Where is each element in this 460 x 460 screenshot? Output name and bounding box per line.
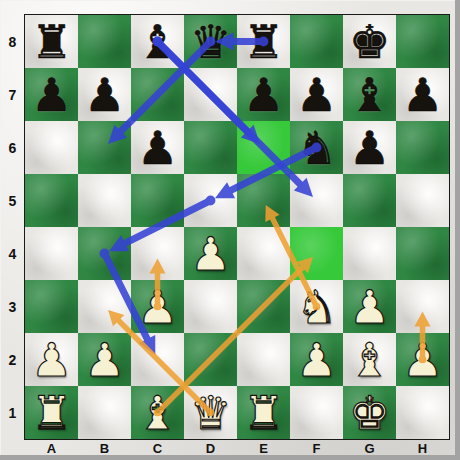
square-e7[interactable]: ♟: [237, 68, 290, 121]
square-b5[interactable]: [78, 174, 131, 227]
file-label-f: F: [290, 439, 343, 460]
square-c3[interactable]: ♟: [131, 280, 184, 333]
square-c4[interactable]: [131, 227, 184, 280]
black-pawn-f7[interactable]: ♟: [290, 68, 343, 121]
square-d4[interactable]: ♟: [184, 227, 237, 280]
rank-label-3: 3: [0, 280, 25, 333]
file-labels: ABCDEFGH: [25, 439, 449, 460]
square-b2[interactable]: ♟: [78, 333, 131, 386]
square-h8[interactable]: [396, 15, 449, 68]
square-h2[interactable]: ♟: [396, 333, 449, 386]
square-a8[interactable]: ♜: [25, 15, 78, 68]
square-f2[interactable]: ♟: [290, 333, 343, 386]
square-b3[interactable]: [78, 280, 131, 333]
file-label-e: E: [237, 439, 290, 460]
square-h3[interactable]: [396, 280, 449, 333]
white-pawn-g3[interactable]: ♟: [343, 280, 396, 333]
square-c1[interactable]: ♝: [131, 386, 184, 439]
rank-label-2: 2: [0, 333, 25, 386]
rank-label-1: 1: [0, 386, 25, 439]
file-label-c: C: [131, 439, 184, 460]
file-label-h: H: [396, 439, 449, 460]
rank-label-4: 4: [0, 227, 25, 280]
square-h1[interactable]: [396, 386, 449, 439]
black-pawn-b7[interactable]: ♟: [78, 68, 131, 121]
square-e1[interactable]: ♜: [237, 386, 290, 439]
chess-board[interactable]: ♜♝♛♜♚♟♟♟♟♝♟♟♞♟♟♟♞♟♟♟♟♝♟♜♝♛♜♚: [25, 15, 449, 439]
square-f7[interactable]: ♟: [290, 68, 343, 121]
square-g4[interactable]: [343, 227, 396, 280]
square-a3[interactable]: [25, 280, 78, 333]
square-e3[interactable]: [237, 280, 290, 333]
square-g6[interactable]: ♟: [343, 121, 396, 174]
square-g2[interactable]: ♝: [343, 333, 396, 386]
square-e5[interactable]: [237, 174, 290, 227]
square-e2[interactable]: [237, 333, 290, 386]
black-pawn-g6[interactable]: ♟: [343, 121, 396, 174]
white-pawn-c3[interactable]: ♟: [131, 280, 184, 333]
square-c5[interactable]: [131, 174, 184, 227]
black-bishop-g7[interactable]: ♝: [343, 68, 396, 121]
square-a2[interactable]: ♟: [25, 333, 78, 386]
file-label-a: A: [25, 439, 78, 460]
white-bishop-c1[interactable]: ♝: [131, 386, 184, 439]
square-h7[interactable]: ♟: [396, 68, 449, 121]
square-a5[interactable]: [25, 174, 78, 227]
square-h4[interactable]: [396, 227, 449, 280]
rank-labels: 87654321: [0, 15, 25, 439]
black-pawn-e7[interactable]: ♟: [237, 68, 290, 121]
square-b6[interactable]: [78, 121, 131, 174]
file-label-g: G: [343, 439, 396, 460]
white-pawn-f2[interactable]: ♟: [290, 333, 343, 386]
square-c7[interactable]: [131, 68, 184, 121]
square-a4[interactable]: [25, 227, 78, 280]
black-king-g8[interactable]: ♚: [343, 15, 396, 68]
black-queen-d8[interactable]: ♛: [184, 15, 237, 68]
square-d5[interactable]: [184, 174, 237, 227]
square-g3[interactable]: ♟: [343, 280, 396, 333]
white-knight-f3[interactable]: ♞: [290, 280, 343, 333]
square-f5[interactable]: [290, 174, 343, 227]
square-d3[interactable]: [184, 280, 237, 333]
square-h5[interactable]: [396, 174, 449, 227]
rank-label-6: 6: [0, 121, 25, 174]
square-f4[interactable]: [290, 227, 343, 280]
rank-label-8: 8: [0, 15, 25, 68]
square-a7[interactable]: ♟: [25, 68, 78, 121]
square-g7[interactable]: ♝: [343, 68, 396, 121]
square-f8[interactable]: [290, 15, 343, 68]
square-b7[interactable]: ♟: [78, 68, 131, 121]
black-pawn-h7[interactable]: ♟: [396, 68, 449, 121]
square-d6[interactable]: [184, 121, 237, 174]
square-d1[interactable]: ♛: [184, 386, 237, 439]
square-b4[interactable]: [78, 227, 131, 280]
square-g8[interactable]: ♚: [343, 15, 396, 68]
square-a6[interactable]: [25, 121, 78, 174]
square-b8[interactable]: [78, 15, 131, 68]
white-bishop-g2[interactable]: ♝: [343, 333, 396, 386]
square-a1[interactable]: ♜: [25, 386, 78, 439]
file-label-d: D: [184, 439, 237, 460]
square-c2[interactable]: [131, 333, 184, 386]
black-rook-a8[interactable]: ♜: [25, 15, 78, 68]
black-knight-f6[interactable]: ♞: [290, 121, 343, 174]
black-pawn-c6[interactable]: ♟: [131, 121, 184, 174]
square-d8[interactable]: ♛: [184, 15, 237, 68]
square-b1[interactable]: [78, 386, 131, 439]
white-queen-d1[interactable]: ♛: [184, 386, 237, 439]
square-f3[interactable]: ♞: [290, 280, 343, 333]
square-f1[interactable]: [290, 386, 343, 439]
white-king-g1[interactable]: ♚: [343, 386, 396, 439]
white-rook-a1[interactable]: ♜: [25, 386, 78, 439]
white-pawn-a2[interactable]: ♟: [25, 333, 78, 386]
white-pawn-b2[interactable]: ♟: [78, 333, 131, 386]
square-e6[interactable]: [237, 121, 290, 174]
black-bishop-c8[interactable]: ♝: [131, 15, 184, 68]
square-f6[interactable]: ♞: [290, 121, 343, 174]
square-c6[interactable]: ♟: [131, 121, 184, 174]
white-pawn-h2[interactable]: ♟: [396, 333, 449, 386]
chess-diagram: 87654321 ♜♝♛♜♚♟♟♟♟♝♟♟♞♟♟♟♞♟♟♟♟♝♟♜♝♛♜♚ AB…: [0, 0, 460, 460]
square-d7[interactable]: [184, 68, 237, 121]
square-g1[interactable]: ♚: [343, 386, 396, 439]
black-rook-e8[interactable]: ♜: [237, 15, 290, 68]
square-c8[interactable]: ♝: [131, 15, 184, 68]
rank-label-5: 5: [0, 174, 25, 227]
square-e4[interactable]: [237, 227, 290, 280]
white-rook-e1[interactable]: ♜: [237, 386, 290, 439]
square-d2[interactable]: [184, 333, 237, 386]
rank-label-7: 7: [0, 68, 25, 121]
white-pawn-d4[interactable]: ♟: [184, 227, 237, 280]
square-e8[interactable]: ♜: [237, 15, 290, 68]
square-h6[interactable]: [396, 121, 449, 174]
square-g5[interactable]: [343, 174, 396, 227]
black-pawn-a7[interactable]: ♟: [25, 68, 78, 121]
file-label-b: B: [78, 439, 131, 460]
